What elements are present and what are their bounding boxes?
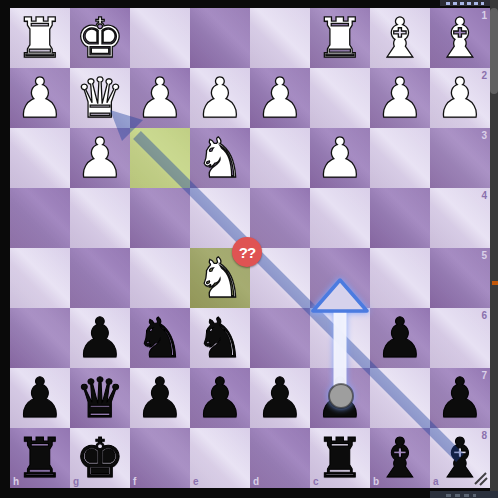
white-knight[interactable]: ♞ xyxy=(195,128,244,188)
black-pawn[interactable]: ♟ xyxy=(375,308,424,368)
black-rook[interactable]: ♜ xyxy=(15,428,64,488)
square-f2[interactable]: ♟ xyxy=(130,68,190,128)
black-pawn[interactable]: ♟ xyxy=(75,308,124,368)
square-c8[interactable]: ♜c xyxy=(310,428,370,488)
rank-label-5: 5 xyxy=(481,250,487,261)
square-d8[interactable]: d xyxy=(250,428,310,488)
white-bishop[interactable]: ♝ xyxy=(435,8,484,68)
black-rook[interactable]: ♜ xyxy=(315,428,364,488)
square-e6[interactable]: ♞ xyxy=(190,308,250,368)
square-a2[interactable]: ♟2 xyxy=(430,68,490,128)
square-e2[interactable]: ♟ xyxy=(190,68,250,128)
clock-digits-fragment xyxy=(446,494,476,497)
black-pawn[interactable]: ♟ xyxy=(315,368,364,428)
square-b3[interactable] xyxy=(370,128,430,188)
square-b7[interactable] xyxy=(370,368,430,428)
black-pawn[interactable]: ♟ xyxy=(255,368,304,428)
blunder-badge: ?? xyxy=(232,237,262,267)
black-pawn[interactable]: ♟ xyxy=(195,368,244,428)
square-c2[interactable] xyxy=(310,68,370,128)
square-e8[interactable]: e xyxy=(190,428,250,488)
square-f8[interactable]: f xyxy=(130,428,190,488)
square-c7[interactable]: ♟ xyxy=(310,368,370,428)
white-bishop[interactable]: ♝ xyxy=(375,8,424,68)
square-f4[interactable] xyxy=(130,188,190,248)
square-c1[interactable]: ♜ xyxy=(310,8,370,68)
clock-digits-fragment xyxy=(446,2,484,5)
square-d3[interactable] xyxy=(250,128,310,188)
square-b4[interactable] xyxy=(370,188,430,248)
black-knight[interactable]: ♞ xyxy=(195,308,244,368)
rank-label-3: 3 xyxy=(481,130,487,141)
square-b2[interactable]: ♟ xyxy=(370,68,430,128)
square-g5[interactable] xyxy=(70,248,130,308)
square-h1[interactable]: ♜ xyxy=(10,8,70,68)
file-label-d: d xyxy=(253,476,259,487)
rank-label-6: 6 xyxy=(481,310,487,321)
square-h6[interactable] xyxy=(10,308,70,368)
square-h7[interactable]: ♟ xyxy=(10,368,70,428)
scrollbar-marker xyxy=(492,281,498,285)
black-pawn[interactable]: ♟ xyxy=(435,368,484,428)
square-e1[interactable] xyxy=(190,8,250,68)
white-rook[interactable]: ♜ xyxy=(15,8,64,68)
square-c5[interactable] xyxy=(310,248,370,308)
square-g1[interactable]: ♚ xyxy=(70,8,130,68)
rank-label-4: 4 xyxy=(481,190,487,201)
white-rook[interactable]: ♜ xyxy=(315,8,364,68)
square-e7[interactable]: ♟ xyxy=(190,368,250,428)
square-c4[interactable] xyxy=(310,188,370,248)
square-f7[interactable]: ♟ xyxy=(130,368,190,428)
white-king[interactable]: ♚ xyxy=(75,8,124,68)
square-e3[interactable]: ♞ xyxy=(190,128,250,188)
square-g6[interactable]: ♟ xyxy=(70,308,130,368)
white-pawn[interactable]: ♟ xyxy=(135,68,184,128)
white-pawn[interactable]: ♟ xyxy=(435,68,484,128)
square-f1[interactable] xyxy=(130,8,190,68)
square-d2[interactable]: ♟ xyxy=(250,68,310,128)
square-g2[interactable]: ♛ xyxy=(70,68,130,128)
white-pawn[interactable]: ♟ xyxy=(195,68,244,128)
square-a4[interactable]: 4 xyxy=(430,188,490,248)
board-resize-handle[interactable] xyxy=(472,470,488,486)
file-label-e: e xyxy=(193,476,199,487)
frame-left xyxy=(0,0,10,498)
white-pawn[interactable]: ♟ xyxy=(75,128,124,188)
square-f6[interactable]: ♞ xyxy=(130,308,190,368)
square-a3[interactable]: 3 xyxy=(430,128,490,188)
square-d1[interactable] xyxy=(250,8,310,68)
square-h5[interactable] xyxy=(10,248,70,308)
square-d4[interactable] xyxy=(250,188,310,248)
white-pawn[interactable]: ♟ xyxy=(315,128,364,188)
white-pawn[interactable]: ♟ xyxy=(255,68,304,128)
square-b1[interactable]: ♝ xyxy=(370,8,430,68)
square-h8[interactable]: ♜h xyxy=(10,428,70,488)
black-knight[interactable]: ♞ xyxy=(135,308,184,368)
square-c3[interactable]: ♟ xyxy=(310,128,370,188)
file-label-f: f xyxy=(133,476,136,487)
black-bishop[interactable]: ♝ xyxy=(375,428,424,488)
square-d6[interactable] xyxy=(250,308,310,368)
clock-bottom-clipped xyxy=(430,491,498,498)
white-pawn[interactable]: ♟ xyxy=(375,68,424,128)
square-f3[interactable] xyxy=(130,128,190,188)
square-a7[interactable]: ♟7 xyxy=(430,368,490,428)
square-g8[interactable]: ♚g xyxy=(70,428,130,488)
black-queen[interactable]: ♛ xyxy=(75,368,124,428)
square-h3[interactable] xyxy=(10,128,70,188)
square-c6[interactable] xyxy=(310,308,370,368)
black-pawn[interactable]: ♟ xyxy=(135,368,184,428)
square-a6[interactable]: 6 xyxy=(430,308,490,368)
square-g4[interactable] xyxy=(70,188,130,248)
scrollbar[interactable] xyxy=(490,0,498,492)
analysis-screen: ♜♚♜♝♝1♟♛♟♟♟♟♟2♟♞♟34♞5♟♞♞♟6♟♛♟♟♟♟♟7♜h♚gfe… xyxy=(0,0,498,498)
square-b6[interactable]: ♟ xyxy=(370,308,430,368)
square-f5[interactable] xyxy=(130,248,190,308)
square-h4[interactable] xyxy=(10,188,70,248)
scrollbar-thumb[interactable] xyxy=(490,8,498,94)
square-a1[interactable]: ♝1 xyxy=(430,8,490,68)
square-d7[interactable]: ♟ xyxy=(250,368,310,428)
square-b8[interactable]: ♝b xyxy=(370,428,430,488)
square-h2[interactable]: ♟ xyxy=(10,68,70,128)
white-pawn[interactable]: ♟ xyxy=(15,68,64,128)
clock-top-clipped xyxy=(440,0,490,6)
square-g7[interactable]: ♛ xyxy=(70,368,130,428)
square-a5[interactable]: 5 xyxy=(430,248,490,308)
white-queen[interactable]: ♛ xyxy=(75,68,124,128)
black-king[interactable]: ♚ xyxy=(75,428,124,488)
square-g3[interactable]: ♟ xyxy=(70,128,130,188)
square-b5[interactable] xyxy=(370,248,430,308)
black-pawn[interactable]: ♟ xyxy=(15,368,64,428)
